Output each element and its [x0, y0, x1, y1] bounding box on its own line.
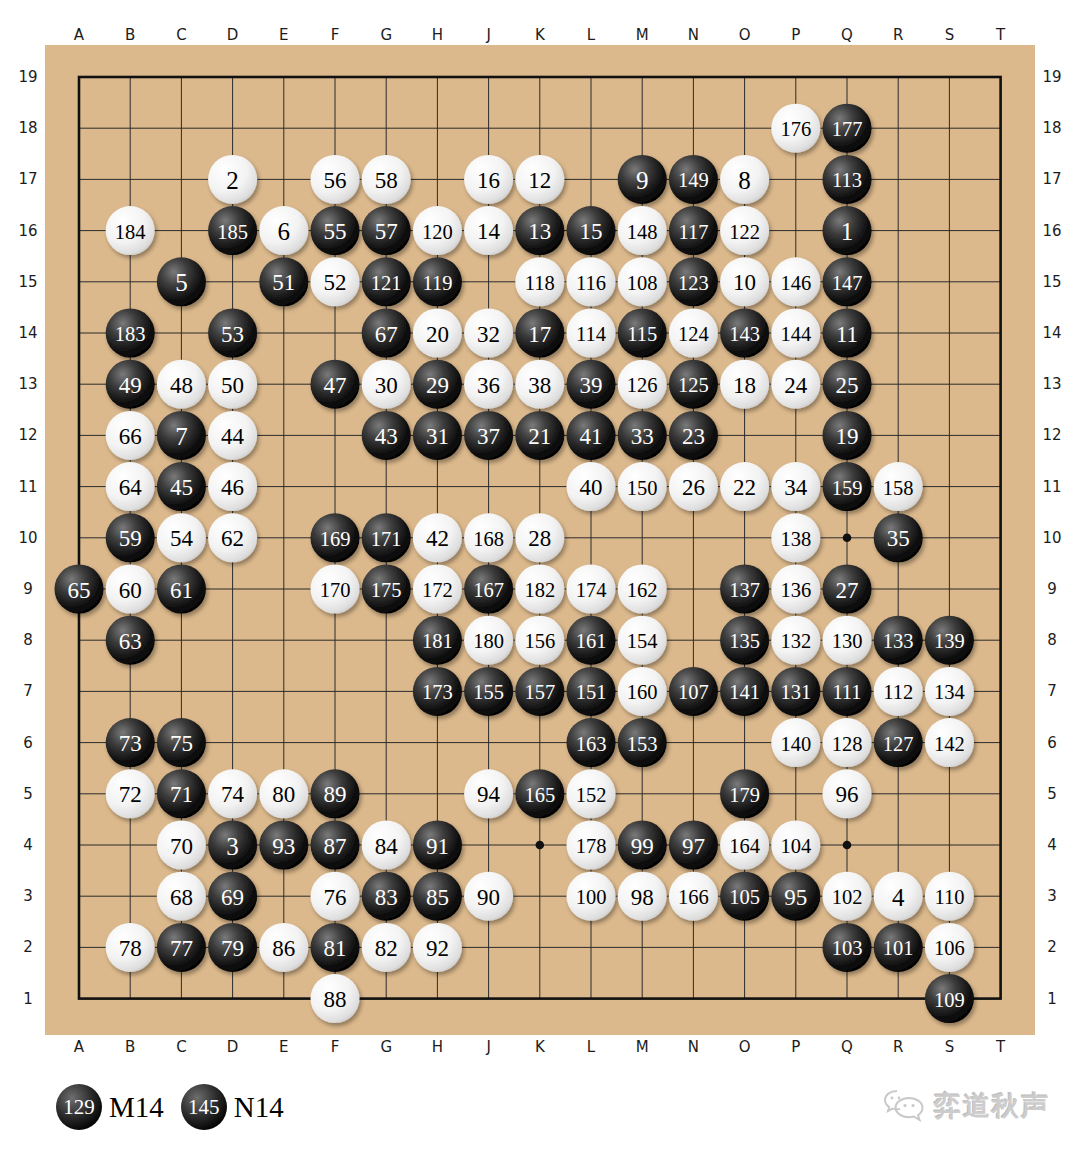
move-number: 34	[784, 475, 808, 500]
stone-black-121-G15: 121	[362, 257, 411, 306]
stone-white-80-E5: 80	[259, 769, 308, 818]
move-number: 27	[836, 578, 859, 603]
move-number: 54	[170, 526, 194, 551]
move-number: 143	[729, 323, 760, 345]
stone-black-61-C9: 61	[157, 565, 206, 614]
stone-white-46-D11: 46	[208, 462, 257, 511]
stone-black-119-H15: 119	[413, 257, 462, 306]
move-number: 61	[170, 578, 193, 603]
move-number: 183	[115, 323, 146, 345]
move-number: 19	[836, 424, 859, 449]
move-number: 128	[832, 733, 863, 755]
move-number: 60	[119, 578, 142, 603]
col-label-bottom-K: K	[535, 1038, 546, 1056]
col-label-bottom-S: S	[945, 1038, 955, 1056]
stone-white-26-N11: 26	[669, 462, 718, 511]
stone-black-159-Q11: 159	[823, 462, 872, 511]
move-number: 182	[524, 579, 555, 601]
move-number: 116	[576, 272, 606, 294]
stone-black-127-R6: 127	[874, 718, 923, 767]
move-number: 148	[627, 221, 658, 243]
move-number: 180	[473, 630, 504, 652]
stone-white-10-O15: 10	[720, 257, 769, 306]
col-label-bottom-B: B	[125, 1038, 135, 1056]
stone-black-131-P7: 131	[771, 667, 820, 716]
stone-white-118-K15: 118	[515, 257, 564, 306]
move-number: 100	[576, 886, 607, 908]
stone-white-176-P18: 176	[771, 104, 820, 153]
row-label-left-2: 2	[23, 938, 33, 956]
stone-black-75-C6: 75	[157, 718, 206, 767]
go-diagram: AABBCCDDEEFFGGHHJJKKLLMMNNOOPPQQRRSSTT19…	[0, 0, 1080, 1156]
move-number: 104	[780, 835, 811, 857]
move-number: 146	[780, 272, 811, 294]
move-number: 47	[324, 373, 347, 398]
col-label-bottom-M: M	[636, 1038, 649, 1056]
stone-white-40-L11: 40	[567, 462, 616, 511]
move-number: 162	[627, 579, 658, 601]
publisher-logo: 弈道秋声	[882, 1088, 1050, 1124]
col-label-top-E: E	[279, 26, 288, 44]
move-number: 49	[119, 373, 142, 398]
move-number: 69	[221, 885, 244, 910]
stone-black-161-L8: 161	[567, 616, 616, 665]
stone-black-167-J9: 167	[464, 565, 513, 614]
move-number: 96	[836, 782, 859, 807]
move-number: 135	[729, 630, 760, 652]
go-board: AABBCCDDEEFFGGHHJJKKLLMMNNOOPPQQRRSSTT19…	[0, 0, 1080, 1156]
col-label-bottom-F: F	[331, 1038, 340, 1056]
stone-black-17-K14: 17	[515, 309, 564, 358]
move-number: 74	[221, 782, 245, 807]
row-label-right-13: 13	[1042, 375, 1061, 393]
stone-white-86-E2: 86	[259, 923, 308, 972]
row-label-right-1: 1	[1047, 990, 1057, 1008]
move-number: 15	[580, 219, 603, 244]
move-number: 149	[678, 169, 709, 191]
move-number: 11	[836, 322, 858, 347]
stone-white-174-L9: 174	[567, 565, 616, 614]
move-number: 16	[477, 168, 500, 193]
stone-white-64-B11: 64	[106, 462, 155, 511]
stone-white-84-G4: 84	[362, 821, 411, 870]
move-number: 56	[324, 168, 347, 193]
stone-white-78-B2: 78	[106, 923, 155, 972]
move-number: 127	[883, 733, 914, 755]
col-label-top-L: L	[587, 26, 596, 44]
move-number: 28	[528, 526, 551, 551]
stone-black-107-N7: 107	[669, 667, 718, 716]
move-number: 126	[627, 374, 658, 396]
move-number: 122	[729, 221, 760, 243]
star-point-Q4	[843, 841, 852, 850]
move-number: 81	[324, 936, 347, 961]
stone-white-108-M15: 108	[618, 257, 667, 306]
move-number: 13	[528, 219, 551, 244]
stone-black-89-F5: 89	[311, 769, 360, 818]
move-number: 110	[934, 886, 964, 908]
move-number: 138	[780, 528, 811, 550]
row-label-right-15: 15	[1042, 273, 1061, 291]
stone-white-160-M7: 160	[618, 667, 667, 716]
col-label-bottom-T: T	[995, 1038, 1006, 1056]
move-number: 9	[636, 167, 649, 194]
move-number: 43	[375, 424, 398, 449]
stone-white-154-M8: 154	[618, 616, 667, 665]
move-number: 23	[682, 424, 705, 449]
stone-black-91-H4: 91	[413, 821, 462, 870]
move-number: 114	[576, 323, 606, 345]
row-label-right-4: 4	[1047, 836, 1057, 854]
move-number: 165	[524, 784, 555, 806]
stone-black-59-B10: 59	[106, 513, 155, 562]
stone-white-112-R7: 112	[874, 667, 923, 716]
stone-white-4-R3: 4	[874, 872, 923, 921]
move-number: 6	[278, 218, 291, 245]
stone-white-140-P6: 140	[771, 718, 820, 767]
stone-white-122-O16: 122	[720, 206, 769, 255]
stone-white-32-J14: 32	[464, 309, 513, 358]
row-label-right-3: 3	[1047, 887, 1057, 905]
stone-white-42-H10: 42	[413, 513, 462, 562]
row-label-left-19: 19	[18, 68, 37, 86]
move-number: 184	[115, 221, 146, 243]
stone-white-172-H9: 172	[413, 565, 462, 614]
move-number: 160	[627, 681, 658, 703]
stone-black-85-H3: 85	[413, 872, 462, 921]
stone-black-83-G3: 83	[362, 872, 411, 921]
stone-white-60-B9: 60	[106, 565, 155, 614]
stone-black-5-C15: 5	[157, 257, 206, 306]
stone-black-157-K7: 157	[515, 667, 564, 716]
stone-white-110-S3: 110	[925, 872, 974, 921]
move-number: 76	[324, 885, 347, 910]
stone-white-124-N14: 124	[669, 309, 718, 358]
stone-black-165-K5: 165	[515, 769, 564, 818]
stone-black-3-D4: 3	[208, 821, 257, 870]
stone-black-173-H7: 173	[413, 667, 462, 716]
row-label-left-3: 3	[23, 887, 33, 905]
row-label-right-12: 12	[1042, 426, 1061, 444]
move-number: 177	[832, 118, 863, 140]
move-number: 178	[576, 835, 607, 857]
stone-black-9-M17: 9	[618, 155, 667, 204]
move-number: 139	[934, 630, 965, 652]
stone-black-179-O5: 179	[720, 769, 769, 818]
move-number: 159	[832, 477, 863, 499]
col-label-bottom-J: J	[485, 1038, 490, 1056]
stone-white-152-L5: 152	[567, 769, 616, 818]
stone-black-175-G9: 175	[362, 565, 411, 614]
move-number: 147	[832, 272, 863, 294]
col-label-top-S: S	[945, 26, 955, 44]
move-number: 63	[119, 629, 142, 654]
col-label-top-N: N	[688, 26, 699, 44]
move-number: 89	[324, 782, 347, 807]
stone-white-162-M9: 162	[618, 565, 667, 614]
col-label-top-G: G	[380, 26, 392, 44]
row-label-right-16: 16	[1042, 222, 1061, 240]
stone-white-184-B16: 184	[106, 206, 155, 255]
stone-black-99-M4: 99	[618, 821, 667, 870]
move-number: 134	[934, 681, 965, 703]
stone-white-8-O17: 8	[720, 155, 769, 204]
move-number: 111	[832, 681, 861, 703]
move-number: 72	[119, 782, 142, 807]
move-number: 158	[883, 477, 914, 499]
move-number: 150	[627, 477, 658, 499]
stone-white-66-B12: 66	[106, 411, 155, 460]
stone-white-170-F9: 170	[311, 565, 360, 614]
col-label-top-B: B	[125, 26, 135, 44]
move-number: 154	[627, 630, 658, 652]
stone-black-37-J12: 37	[464, 411, 513, 460]
caption-stone-129: 129	[56, 1084, 102, 1130]
stone-white-166-N3: 166	[669, 872, 718, 921]
move-number: 144	[780, 323, 811, 345]
move-number: 52	[324, 270, 347, 295]
stone-black-63-B8: 63	[106, 616, 155, 665]
move-number: 12	[528, 168, 551, 193]
move-number: 66	[119, 424, 142, 449]
move-number: 90	[477, 885, 500, 910]
row-label-right-10: 10	[1042, 529, 1061, 547]
move-number: 22	[733, 475, 756, 500]
row-label-right-5: 5	[1047, 785, 1057, 803]
move-number: 161	[576, 630, 607, 652]
move-number: 68	[170, 885, 193, 910]
stone-white-146-P15: 146	[771, 257, 820, 306]
stone-white-120-H16: 120	[413, 206, 462, 255]
move-number: 133	[883, 630, 914, 652]
stone-black-73-B6: 73	[106, 718, 155, 767]
stone-white-54-C10: 54	[157, 513, 206, 562]
stone-black-183-B14: 183	[106, 309, 155, 358]
stone-white-36-J13: 36	[464, 360, 513, 409]
move-number: 86	[272, 936, 295, 961]
col-label-bottom-E: E	[279, 1038, 288, 1056]
stone-white-126-M13: 126	[618, 360, 667, 409]
col-label-bottom-Q: Q	[841, 1038, 853, 1056]
move-number: 179	[729, 784, 760, 806]
row-label-left-14: 14	[18, 324, 37, 342]
col-label-bottom-H: H	[432, 1038, 443, 1056]
move-number: 2	[226, 167, 239, 194]
move-number: 125	[678, 374, 709, 396]
move-number: 59	[119, 526, 142, 551]
move-number: 142	[934, 733, 965, 755]
move-number: 174	[576, 579, 607, 601]
stone-white-156-K8: 156	[515, 616, 564, 665]
stone-black-19-Q12: 19	[823, 411, 872, 460]
row-label-left-8: 8	[23, 631, 33, 649]
stone-black-43-G12: 43	[362, 411, 411, 460]
move-number: 8	[738, 167, 751, 194]
stone-black-105-O3: 105	[720, 872, 769, 921]
row-label-left-16: 16	[18, 222, 37, 240]
move-number: 88	[324, 987, 347, 1012]
move-number: 80	[272, 782, 295, 807]
stone-white-56-F17: 56	[311, 155, 360, 204]
move-number: 124	[678, 323, 709, 345]
stone-white-12-K17: 12	[515, 155, 564, 204]
move-number: 62	[221, 526, 244, 551]
row-label-left-15: 15	[18, 273, 37, 291]
move-number: 107	[678, 681, 709, 703]
stone-white-6-E16: 6	[259, 206, 308, 255]
move-number: 85	[426, 885, 449, 910]
stone-white-164-O4: 164	[720, 821, 769, 870]
stone-black-93-E4: 93	[259, 821, 308, 870]
move-number: 103	[832, 937, 863, 959]
stone-white-100-L3: 100	[567, 872, 616, 921]
stone-black-69-D3: 69	[208, 872, 257, 921]
move-number: 156	[524, 630, 555, 652]
move-number: 120	[422, 221, 453, 243]
move-number: 167	[473, 579, 504, 601]
move-number: 30	[375, 373, 398, 398]
stone-white-28-K10: 28	[515, 513, 564, 562]
stone-black-39-L13: 39	[567, 360, 616, 409]
stone-black-7-C12: 7	[157, 411, 206, 460]
row-label-left-6: 6	[23, 734, 33, 752]
move-number: 4	[892, 884, 905, 911]
stone-white-142-S6: 142	[925, 718, 974, 767]
stone-black-51-E15: 51	[259, 257, 308, 306]
row-label-right-7: 7	[1047, 682, 1057, 700]
stone-white-52-F15: 52	[311, 257, 360, 306]
stone-white-74-D5: 74	[208, 769, 257, 818]
stone-black-21-K12: 21	[515, 411, 564, 460]
move-number: 130	[832, 630, 863, 652]
move-number: 109	[934, 989, 965, 1011]
move-number: 32	[477, 322, 500, 347]
stone-white-134-S7: 134	[925, 667, 974, 716]
move-number: 95	[784, 885, 807, 910]
row-label-right-19: 19	[1042, 68, 1061, 86]
stone-white-136-P9: 136	[771, 565, 820, 614]
row-label-right-6: 6	[1047, 734, 1057, 752]
move-number: 105	[729, 886, 760, 908]
move-number: 7	[175, 423, 188, 450]
move-number: 141	[729, 681, 760, 703]
row-label-right-17: 17	[1042, 170, 1061, 188]
move-number: 53	[221, 322, 244, 347]
stone-black-185-D16: 185	[208, 206, 257, 255]
move-number: 67	[375, 322, 398, 347]
move-number: 17	[528, 322, 551, 347]
move-number: 84	[375, 834, 399, 859]
row-label-left-5: 5	[23, 785, 33, 803]
row-label-left-12: 12	[18, 426, 37, 444]
stone-white-182-K9: 182	[515, 565, 564, 614]
move-number: 132	[780, 630, 811, 652]
col-label-top-J: J	[485, 26, 490, 44]
move-number: 97	[682, 834, 705, 859]
move-number: 29	[426, 373, 449, 398]
move-number: 164	[729, 835, 760, 857]
col-label-bottom-C: C	[176, 1038, 186, 1056]
move-number: 140	[780, 733, 811, 755]
col-label-bottom-G: G	[380, 1038, 392, 1056]
move-number: 77	[170, 936, 193, 961]
stone-black-41-L12: 41	[567, 411, 616, 460]
stone-black-123-N15: 123	[669, 257, 718, 306]
row-label-right-11: 11	[1042, 478, 1061, 496]
col-label-bottom-R: R	[893, 1038, 903, 1056]
stone-black-71-C5: 71	[157, 769, 206, 818]
stone-black-11-Q14: 11	[823, 309, 872, 358]
stone-white-106-S2: 106	[925, 923, 974, 972]
move-number: 5	[175, 269, 188, 296]
stone-black-35-R10: 35	[874, 513, 923, 562]
stone-white-34-P11: 34	[771, 462, 820, 511]
stone-white-150-M11: 150	[618, 462, 667, 511]
stone-black-101-R2: 101	[874, 923, 923, 972]
stone-white-88-F1: 88	[311, 974, 360, 1023]
stone-white-128-Q6: 128	[823, 718, 872, 767]
stone-black-109-S1: 109	[925, 974, 974, 1023]
move-number: 173	[422, 681, 453, 703]
col-label-top-F: F	[331, 26, 340, 44]
stone-white-158-R11: 158	[874, 462, 923, 511]
move-caption: 129M14145N14	[56, 1082, 294, 1132]
stone-white-138-P10: 138	[771, 513, 820, 562]
stone-white-114-L14: 114	[567, 309, 616, 358]
stone-white-90-J3: 90	[464, 872, 513, 921]
stone-white-96-Q5: 96	[823, 769, 872, 818]
move-number: 78	[119, 936, 142, 961]
stone-black-33-M12: 33	[618, 411, 667, 460]
stone-white-2-D17: 2	[208, 155, 257, 204]
row-label-left-7: 7	[23, 682, 33, 700]
move-number: 36	[477, 373, 500, 398]
move-number: 40	[580, 475, 603, 500]
stone-black-27-Q9: 27	[823, 565, 872, 614]
move-number: 151	[576, 681, 607, 703]
stone-black-95-P3: 95	[771, 872, 820, 921]
move-number: 42	[426, 526, 449, 551]
move-number: 91	[426, 834, 449, 859]
col-label-top-P: P	[791, 26, 800, 44]
stone-black-65-A9: 65	[55, 565, 104, 614]
stone-black-125-N13: 125	[669, 360, 718, 409]
move-number: 33	[631, 424, 654, 449]
stone-black-141-O7: 141	[720, 667, 769, 716]
stone-black-29-H13: 29	[413, 360, 462, 409]
col-label-top-M: M	[636, 26, 649, 44]
move-number: 157	[524, 681, 555, 703]
stone-black-13-K16: 13	[515, 206, 564, 255]
col-label-top-T: T	[995, 26, 1006, 44]
move-number: 94	[477, 782, 501, 807]
stone-white-130-Q8: 130	[823, 616, 872, 665]
move-number: 26	[682, 475, 705, 500]
row-label-left-11: 11	[18, 478, 37, 496]
stone-black-103-Q2: 103	[823, 923, 872, 972]
col-label-bottom-D: D	[227, 1038, 239, 1056]
move-number: 25	[836, 373, 859, 398]
move-number: 82	[375, 936, 398, 961]
stone-black-81-F2: 81	[311, 923, 360, 972]
stone-black-15-L16: 15	[567, 206, 616, 255]
stone-white-168-J10: 168	[464, 513, 513, 562]
stone-black-151-L7: 151	[567, 667, 616, 716]
stone-white-132-P8: 132	[771, 616, 820, 665]
stone-white-22-O11: 22	[720, 462, 769, 511]
move-number: 98	[631, 885, 654, 910]
stone-white-18-O13: 18	[720, 360, 769, 409]
